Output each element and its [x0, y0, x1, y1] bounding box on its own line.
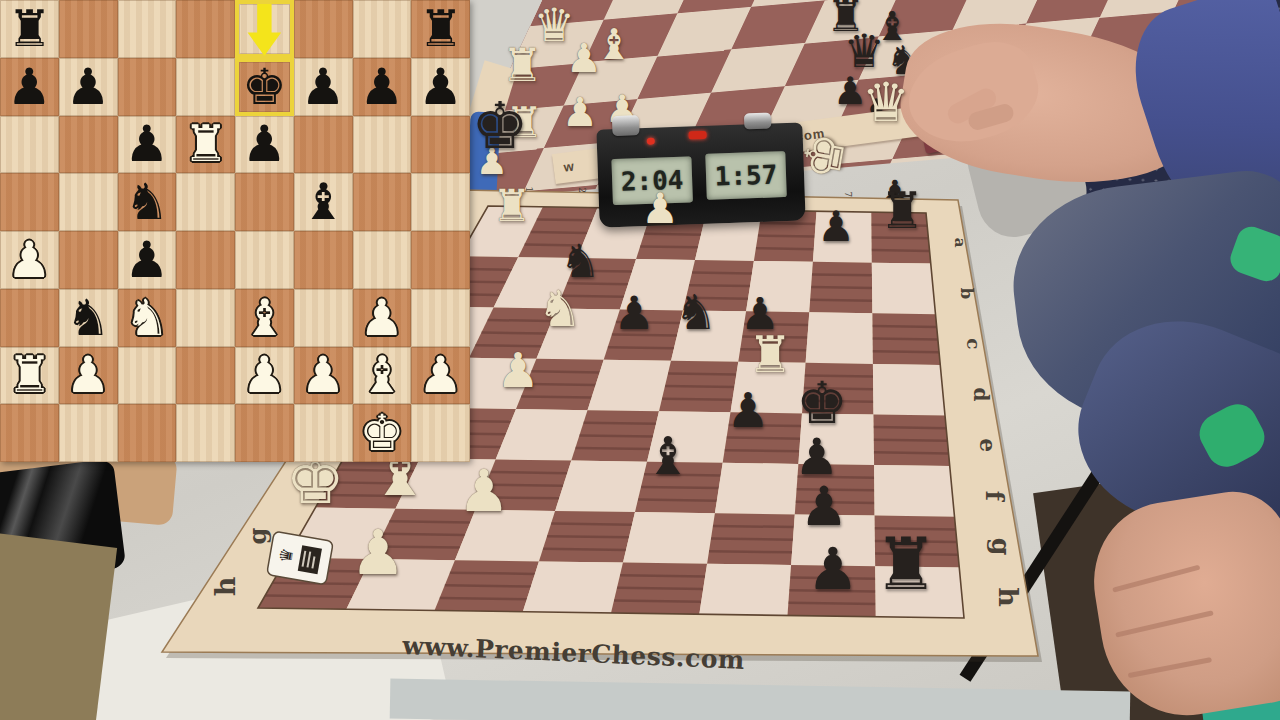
- board-square: [699, 564, 791, 616]
- diagram-square-h6[interactable]: [411, 116, 470, 174]
- board-coordinate: e: [975, 438, 1000, 452]
- board-square: [872, 263, 936, 315]
- diagram-square-a4[interactable]: ♟: [0, 231, 59, 289]
- diagram-square-d6[interactable]: ♜: [176, 116, 235, 174]
- diagram-square-a6[interactable]: [0, 116, 59, 174]
- diagram-square-b5[interactable]: [59, 173, 118, 231]
- diagram-square-c2[interactable]: [118, 347, 177, 405]
- diagram-square-h5[interactable]: [411, 173, 470, 231]
- diagram-square-e6[interactable]: ♟: [235, 116, 294, 174]
- diagram-square-g7[interactable]: ♟: [353, 58, 412, 116]
- diagram-piece-a4: ♟: [7, 235, 52, 285]
- diagram-piece-a7: ♟: [7, 62, 52, 112]
- diagram-square-g3[interactable]: ♟: [353, 289, 412, 347]
- diagram-piece-f5: ♝: [301, 177, 346, 227]
- board-coordinate: h: [993, 587, 1024, 607]
- diagram-square-a1[interactable]: [0, 404, 59, 462]
- diagram-square-g2[interactable]: ♝: [353, 347, 412, 405]
- analysis-diagram[interactable]: ♜♜♟♟♚♟♟♟♟♜♟♞♝♟♟♞♞♝♟♜♟♟♟♝♟♚: [0, 0, 470, 462]
- diagram-square-g8[interactable]: [353, 0, 412, 58]
- diagram-square-a7[interactable]: ♟: [0, 58, 59, 116]
- diagram-square-c4[interactable]: ♟: [118, 231, 177, 289]
- diagram-square-f1[interactable]: [294, 404, 353, 462]
- diagram-square-c1[interactable]: [118, 404, 177, 462]
- diagram-square-e5[interactable]: [235, 173, 294, 231]
- diagram-piece-h2: ♟: [418, 350, 463, 400]
- clock-led: [647, 138, 655, 145]
- diagram-square-g4[interactable]: [353, 231, 412, 289]
- diagram-square-c3[interactable]: ♞: [118, 289, 177, 347]
- diagram-square-a8[interactable]: ♜: [0, 0, 59, 58]
- diagram-piece-b2: ♟: [66, 350, 111, 400]
- diagram-piece-g1: ♚: [359, 408, 404, 458]
- diagram-square-d3[interactable]: [176, 289, 235, 347]
- diagram-square-b2[interactable]: ♟: [59, 347, 118, 405]
- diagram-piece-a8: ♜: [7, 4, 52, 54]
- diagram-square-a3[interactable]: [0, 289, 59, 347]
- diagram-square-h4[interactable]: [411, 231, 470, 289]
- diagram-square-e1[interactable]: [235, 404, 294, 462]
- chess-clock[interactable]: 2:04 1:57: [596, 122, 805, 227]
- diagram-square-h1[interactable]: [411, 404, 470, 462]
- diagram-piece-a2: ♜: [7, 350, 52, 400]
- diagram-piece-b3: ♞: [66, 293, 111, 343]
- diagram-square-d5[interactable]: [176, 173, 235, 231]
- board-coordinate: c: [963, 338, 984, 349]
- board-coordinate: 2: [577, 187, 587, 193]
- diagram-square-b6[interactable]: [59, 116, 118, 174]
- diagram-square-e8[interactable]: [235, 0, 294, 58]
- diagram-piece-f7: ♟: [301, 62, 346, 112]
- diagram-square-b8[interactable]: [59, 0, 118, 58]
- diagram-square-e4[interactable]: [235, 231, 294, 289]
- diagram-square-f5[interactable]: ♝: [294, 173, 353, 231]
- clock-button-right[interactable]: [744, 113, 772, 130]
- diagram-piece-g7: ♟: [359, 62, 404, 112]
- diagram-piece-e3: ♝: [242, 293, 287, 343]
- board-square: [671, 310, 746, 361]
- move-arrow-icon: [244, 4, 284, 56]
- board-coordinate: g: [243, 528, 272, 545]
- board-coordinate: d: [969, 388, 993, 402]
- board-coordinate: 7: [842, 192, 852, 198]
- diagram-square-e2[interactable]: ♟: [235, 347, 294, 405]
- diagram-piece-c6: ♟: [124, 119, 169, 169]
- diagram-piece-c4: ♟: [124, 235, 169, 285]
- clock-display-left: 2:04: [611, 156, 693, 205]
- board-square: [647, 411, 731, 463]
- diagram-square-e3[interactable]: ♝: [235, 289, 294, 347]
- diagram-square-b1[interactable]: [59, 404, 118, 462]
- diagram-square-d8[interactable]: [176, 0, 235, 58]
- diagram-piece-b7: ♟: [66, 62, 111, 112]
- board-square: [875, 566, 964, 618]
- clock-display-right: 1:57: [705, 151, 787, 200]
- diagram-piece-g3: ♟: [359, 293, 404, 343]
- diagram-square-f2[interactable]: ♟: [294, 347, 353, 405]
- diagram-piece-e7: ♚: [242, 62, 287, 112]
- diagram-square-c8[interactable]: [118, 0, 177, 58]
- diagram-square-g5[interactable]: [353, 173, 412, 231]
- clock-move-lamp: [688, 131, 706, 140]
- clock-button-left[interactable]: [612, 115, 640, 136]
- diagram-piece-h8: ♜: [418, 4, 463, 54]
- diagram-piece-c3: ♞: [124, 293, 169, 343]
- board-square: [813, 211, 872, 262]
- diagram-square-e7[interactable]: ♚: [235, 58, 294, 116]
- diagram-square-b3[interactable]: ♞: [59, 289, 118, 347]
- diagram-piece-c5: ♞: [124, 177, 169, 227]
- diagram-piece-d6: ♜: [183, 119, 228, 169]
- diagram-square-g1[interactable]: ♚: [353, 404, 412, 462]
- board-square: [715, 463, 799, 515]
- diagram-square-d7[interactable]: [176, 58, 235, 116]
- diagram-square-c5[interactable]: ♞: [118, 173, 177, 231]
- board-square: [873, 364, 945, 416]
- board-square: [746, 261, 813, 312]
- board-square: [874, 465, 954, 517]
- board-square: [523, 561, 623, 613]
- board-coordinate: 1: [524, 186, 534, 192]
- board-square: [791, 514, 875, 566]
- board-square: [555, 461, 647, 512]
- diagram-piece-e2: ♟: [242, 350, 287, 400]
- board-coordinate: b: [957, 287, 977, 299]
- diagram-square-f3[interactable]: [294, 289, 353, 347]
- board-square: [731, 362, 806, 414]
- diagram-square-h3[interactable]: [411, 289, 470, 347]
- diagram-square-h8[interactable]: ♜: [411, 0, 470, 58]
- diagram-square-g6[interactable]: [353, 116, 412, 174]
- board-coordinate: h: [210, 576, 241, 596]
- board-coordinate: 8: [896, 192, 906, 198]
- diagram-square-d2[interactable]: [176, 347, 235, 405]
- diagram-square-b7[interactable]: ♟: [59, 58, 118, 116]
- board-square: [806, 312, 873, 364]
- board-logo: ♛: [267, 531, 334, 585]
- board-square: [623, 512, 715, 564]
- diagram-square-a2[interactable]: ♜: [0, 347, 59, 405]
- diagram-square-f7[interactable]: ♟: [294, 58, 353, 116]
- diagram-square-f8[interactable]: [294, 0, 353, 58]
- diagram-square-d1[interactable]: [176, 404, 235, 462]
- diagram-square-c7[interactable]: [118, 58, 177, 116]
- diagram-square-h7[interactable]: ♟: [411, 58, 470, 116]
- video-frame: w com ♛♝♟♜♟♟♜♟ ♜♝♛♞♟♟ ♛♚♚♟ abcdefghgh123…: [0, 0, 1280, 720]
- diagram-piece-g2: ♝: [359, 350, 404, 400]
- diagram-piece-h7: ♟: [418, 62, 463, 112]
- diagram-square-f6[interactable]: [294, 116, 353, 174]
- diagram-square-d4[interactable]: [176, 231, 235, 289]
- board-coordinate: a: [951, 238, 969, 248]
- board-coordinate: g: [986, 538, 1016, 556]
- diagram-square-b4[interactable]: [59, 231, 118, 289]
- diagram-square-a5[interactable]: [0, 173, 59, 231]
- diagram-square-c6[interactable]: ♟: [118, 116, 177, 174]
- diagram-square-f4[interactable]: [294, 231, 353, 289]
- diagram-square-h2[interactable]: ♟: [411, 347, 470, 405]
- diagram-piece-f2: ♟: [301, 350, 346, 400]
- diagram-piece-e6: ♟: [242, 119, 287, 169]
- board-square: [798, 413, 874, 465]
